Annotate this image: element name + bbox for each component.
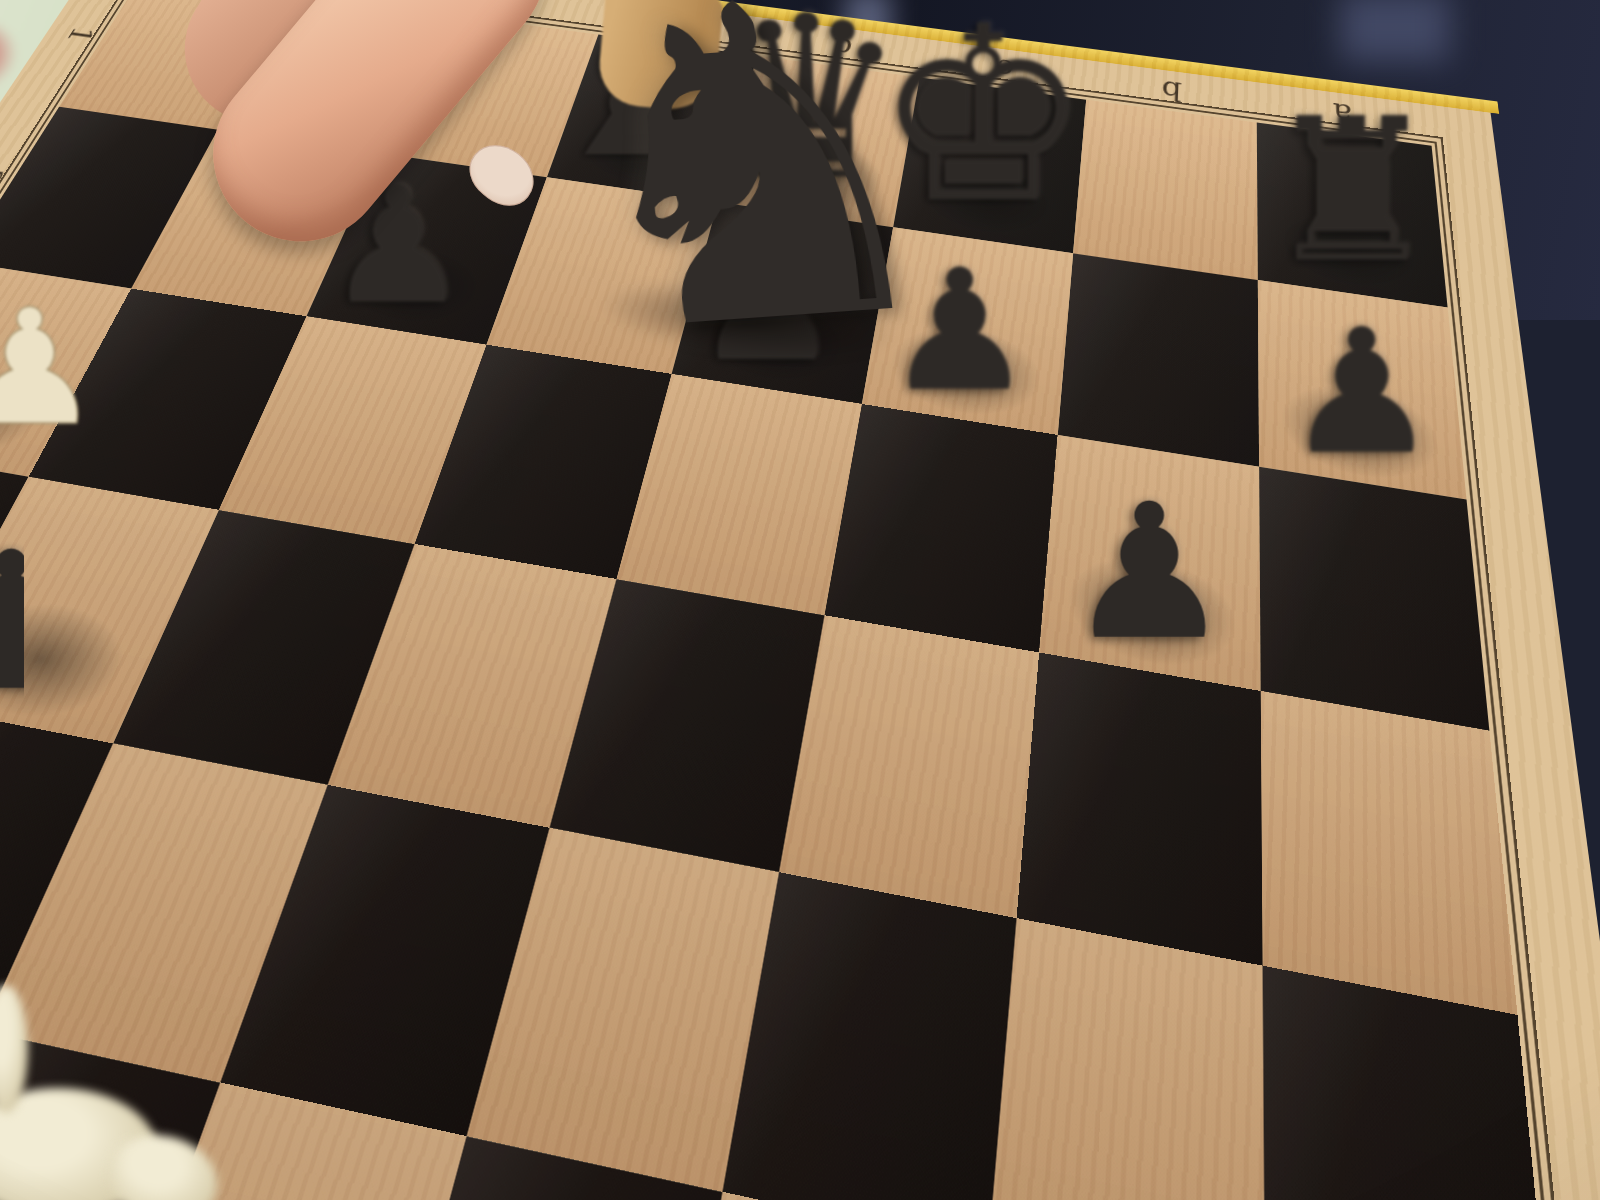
black-pawn-a2: ♟	[1285, 306, 1439, 478]
square-c4	[779, 615, 1039, 918]
square-a5	[1263, 966, 1553, 1200]
captured-white-pawn: ♟	[0, 288, 101, 448]
square-a3	[1259, 467, 1489, 731]
chess-photo-stage: Overhead photograph of a folding wooden …	[0, 0, 1600, 1200]
black-pawn-g4: ♟	[0, 526, 97, 717]
square-a1: ♜	[1257, 122, 1448, 307]
held-black-knight: ♞	[547, 0, 967, 397]
square-c3	[825, 404, 1058, 653]
square-b3: ♟	[1039, 435, 1261, 691]
black-pawn-b3: ♟	[1066, 479, 1233, 666]
square-b5	[988, 918, 1265, 1200]
square-b2	[1058, 253, 1259, 466]
square-a4	[1261, 691, 1518, 1015]
square-g4: ♟	[0, 477, 219, 744]
black-rook-a1: ♜	[1263, 92, 1440, 289]
square-a2: ♟	[1258, 280, 1467, 499]
